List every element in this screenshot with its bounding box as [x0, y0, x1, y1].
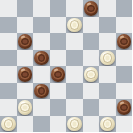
dark-square[interactable] [0, 17, 17, 34]
white-piece[interactable]: ● [67, 18, 82, 33]
light-square[interactable] [0, 0, 17, 17]
dark-piece-glyph: ● [20, 68, 30, 80]
checkers-board: ●●●●●●●●●●●●●●● [0, 0, 132, 132]
dark-piece-glyph: ● [53, 68, 63, 80]
dark-square[interactable]: ● [33, 83, 50, 100]
white-piece-glyph: ● [86, 68, 96, 80]
dark-square[interactable]: ● [116, 33, 133, 50]
light-square[interactable] [99, 0, 116, 17]
dark-piece-glyph: ● [86, 2, 96, 14]
white-piece-glyph: ● [102, 118, 112, 130]
light-square[interactable] [50, 17, 67, 34]
light-square[interactable] [66, 66, 83, 83]
dark-square[interactable] [50, 0, 67, 17]
dark-piece-glyph: ● [36, 85, 46, 97]
dark-square[interactable] [17, 0, 34, 17]
dark-square[interactable]: ● [99, 116, 116, 133]
dark-square[interactable] [83, 33, 100, 50]
dark-square[interactable] [66, 83, 83, 100]
white-piece-glyph: ● [3, 118, 13, 130]
white-piece[interactable]: ● [84, 67, 99, 82]
dark-square[interactable] [66, 50, 83, 67]
dark-square[interactable]: ● [33, 50, 50, 67]
dark-square[interactable] [0, 50, 17, 67]
light-square[interactable] [0, 33, 17, 50]
dark-square[interactable]: ● [66, 17, 83, 34]
dark-piece[interactable]: ● [34, 84, 49, 99]
light-square[interactable] [17, 17, 34, 34]
light-square[interactable] [116, 83, 133, 100]
dark-square[interactable] [33, 116, 50, 133]
dark-square[interactable] [116, 0, 133, 17]
light-square[interactable] [99, 99, 116, 116]
light-square[interactable] [83, 83, 100, 100]
light-square[interactable] [66, 99, 83, 116]
dark-piece[interactable]: ● [117, 100, 132, 115]
dark-piece[interactable]: ● [51, 67, 66, 82]
dark-square[interactable] [99, 83, 116, 100]
dark-square[interactable]: ● [17, 99, 34, 116]
light-square[interactable] [116, 116, 133, 133]
dark-piece-glyph: ● [119, 101, 129, 113]
light-square[interactable] [66, 33, 83, 50]
dark-piece[interactable]: ● [84, 1, 99, 16]
white-piece[interactable]: ● [1, 117, 16, 132]
light-square[interactable] [83, 50, 100, 67]
dark-square[interactable]: ● [17, 33, 34, 50]
dark-square[interactable]: ● [83, 66, 100, 83]
light-square[interactable] [50, 116, 67, 133]
light-square[interactable] [83, 116, 100, 133]
dark-piece-glyph: ● [119, 35, 129, 47]
dark-square[interactable]: ● [66, 116, 83, 133]
white-piece-glyph: ● [20, 101, 30, 113]
light-square[interactable] [17, 50, 34, 67]
dark-piece[interactable]: ● [18, 67, 33, 82]
dark-square[interactable] [50, 99, 67, 116]
dark-piece[interactable]: ● [34, 51, 49, 66]
dark-square[interactable] [0, 83, 17, 100]
light-square[interactable] [66, 0, 83, 17]
light-square[interactable] [116, 17, 133, 34]
white-piece[interactable]: ● [100, 117, 115, 132]
dark-square[interactable]: ● [116, 99, 133, 116]
dark-piece-glyph: ● [20, 35, 30, 47]
dark-square[interactable]: ● [50, 66, 67, 83]
light-square[interactable] [33, 99, 50, 116]
light-square[interactable] [50, 50, 67, 67]
white-piece-glyph: ● [69, 118, 79, 130]
white-piece[interactable]: ● [100, 51, 115, 66]
white-piece-glyph: ● [102, 52, 112, 64]
dark-square[interactable]: ● [0, 116, 17, 133]
dark-square[interactable] [83, 99, 100, 116]
dark-square[interactable]: ● [99, 50, 116, 67]
white-piece-glyph: ● [69, 19, 79, 31]
light-square[interactable] [83, 17, 100, 34]
dark-square[interactable] [50, 33, 67, 50]
dark-piece-glyph: ● [36, 52, 46, 64]
white-piece[interactable]: ● [67, 117, 82, 132]
dark-piece[interactable]: ● [117, 34, 132, 49]
dark-square[interactable]: ● [17, 66, 34, 83]
light-square[interactable] [99, 33, 116, 50]
light-square[interactable] [0, 99, 17, 116]
light-square[interactable] [50, 83, 67, 100]
light-square[interactable] [17, 116, 34, 133]
white-piece[interactable]: ● [18, 100, 33, 115]
light-square[interactable] [99, 66, 116, 83]
light-square[interactable] [116, 50, 133, 67]
light-square[interactable] [33, 66, 50, 83]
dark-square[interactable] [33, 17, 50, 34]
light-square[interactable] [33, 0, 50, 17]
dark-square[interactable] [116, 66, 133, 83]
light-square[interactable] [0, 66, 17, 83]
dark-square[interactable]: ● [83, 0, 100, 17]
light-square[interactable] [17, 83, 34, 100]
dark-piece[interactable]: ● [18, 34, 33, 49]
dark-square[interactable] [99, 17, 116, 34]
light-square[interactable] [33, 33, 50, 50]
